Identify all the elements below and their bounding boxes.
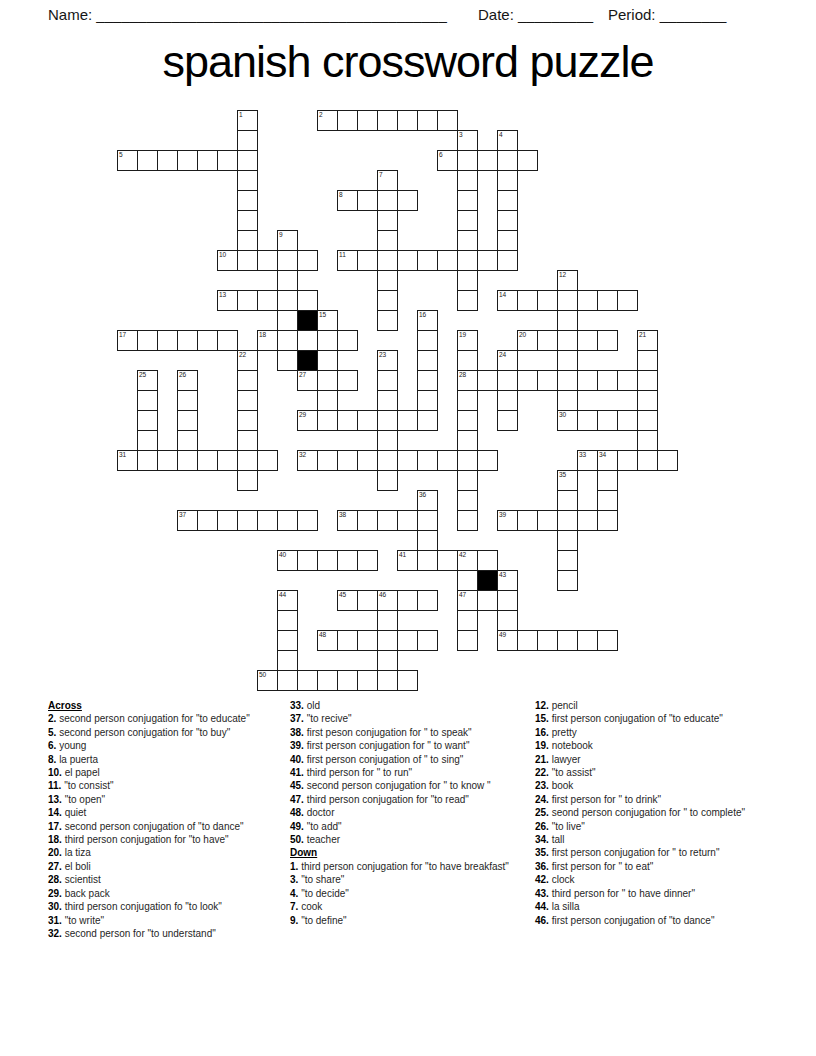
cell-r13c21[interactable] xyxy=(537,370,558,391)
cell-r10c15[interactable]: 16 xyxy=(417,310,438,331)
cell-r28c14[interactable] xyxy=(397,670,418,691)
cell-r13c13[interactable] xyxy=(377,370,398,391)
clue-num-label: 39. xyxy=(290,740,307,751)
cell-r24c12[interactable] xyxy=(357,590,378,611)
clue-item-5: 5. second person conjugation for "to buy… xyxy=(48,726,278,739)
cell-r0c15[interactable] xyxy=(417,110,438,131)
clue-number-9: 9 xyxy=(279,231,283,238)
cell-r9c8[interactable] xyxy=(277,290,298,311)
cell-r24c13[interactable]: 46 xyxy=(377,590,398,611)
cell-r22c22[interactable] xyxy=(557,550,578,571)
cell-r24c11[interactable]: 45 xyxy=(337,590,358,611)
cell-r22c10[interactable] xyxy=(317,550,338,571)
cell-r11c24[interactable] xyxy=(597,330,618,351)
cell-r9c25[interactable] xyxy=(617,290,638,311)
cell-r12c17[interactable] xyxy=(457,350,478,371)
cell-r20c5[interactable] xyxy=(217,510,238,531)
cell-r11c2[interactable] xyxy=(157,330,178,351)
cell-r18c17[interactable] xyxy=(457,470,478,491)
cell-r8c17[interactable] xyxy=(457,270,478,291)
cell-r22c12[interactable] xyxy=(357,550,378,571)
cell-r26c15[interactable] xyxy=(417,630,438,651)
cell-r18c6[interactable] xyxy=(237,470,258,491)
cell-r26c19[interactable]: 49 xyxy=(497,630,518,651)
cell-r14c22[interactable] xyxy=(557,390,578,411)
cell-r26c12[interactable] xyxy=(357,630,378,651)
cell-r3c19[interactable] xyxy=(497,170,518,191)
clue-number-45: 45 xyxy=(339,591,346,598)
cell-r12c22[interactable] xyxy=(557,350,578,371)
cell-r17c1[interactable] xyxy=(137,450,158,471)
cell-r25c13[interactable] xyxy=(377,610,398,631)
cell-r11c22[interactable] xyxy=(557,330,578,351)
cell-r13c22[interactable] xyxy=(557,370,578,391)
cell-r17c6[interactable] xyxy=(237,450,258,471)
cell-r14c3[interactable] xyxy=(177,390,198,411)
cell-r7c8[interactable] xyxy=(277,250,298,271)
cell-r24c8[interactable]: 44 xyxy=(277,590,298,611)
clue-item-33: 33. old xyxy=(290,699,526,712)
cell-r20c8[interactable] xyxy=(277,510,298,531)
cell-r19c15[interactable]: 36 xyxy=(417,490,438,511)
cell-r11c20[interactable]: 20 xyxy=(517,330,538,351)
cell-r0c13[interactable] xyxy=(377,110,398,131)
cell-r15c26[interactable] xyxy=(637,410,658,431)
cell-r25c8[interactable] xyxy=(277,610,298,631)
cell-r15c25[interactable] xyxy=(617,410,638,431)
cell-r17c17[interactable] xyxy=(457,450,478,471)
cell-r0c11[interactable] xyxy=(337,110,358,131)
cell-r11c3[interactable] xyxy=(177,330,198,351)
cell-r20c21[interactable] xyxy=(537,510,558,531)
cell-r7c6[interactable] xyxy=(237,250,258,271)
cell-r17c23[interactable]: 33 xyxy=(577,450,598,471)
cell-r13c9[interactable]: 27 xyxy=(297,370,318,391)
cell-r14c17[interactable] xyxy=(457,390,478,411)
cell-r0c14[interactable] xyxy=(397,110,418,131)
cell-r5c6[interactable] xyxy=(237,210,258,231)
cell-r7c16[interactable] xyxy=(437,250,458,271)
cell-r13c15[interactable] xyxy=(417,370,438,391)
cell-r28c12[interactable] xyxy=(357,670,378,691)
cell-r9c5[interactable]: 13 xyxy=(217,290,238,311)
clue-number-33: 33 xyxy=(579,451,586,458)
cell-r16c6[interactable] xyxy=(237,430,258,451)
cell-r9c19[interactable]: 14 xyxy=(497,290,518,311)
clue-num-label: 22. xyxy=(535,767,552,778)
cell-r18c13[interactable] xyxy=(377,470,398,491)
clue-number-42: 42 xyxy=(459,551,466,558)
cell-r6c17[interactable] xyxy=(457,230,478,251)
cell-r17c5[interactable] xyxy=(217,450,238,471)
cell-r15c11[interactable] xyxy=(337,410,358,431)
cell-r16c17[interactable] xyxy=(457,430,478,451)
cell-r4c19[interactable] xyxy=(497,190,518,211)
cell-r11c9[interactable] xyxy=(297,330,318,351)
cell-r3c17[interactable] xyxy=(457,170,478,191)
cell-r13c3[interactable]: 26 xyxy=(177,370,198,391)
cell-r1c17[interactable]: 3 xyxy=(457,130,478,151)
cell-r11c17[interactable]: 19 xyxy=(457,330,478,351)
cell-r4c6[interactable] xyxy=(237,190,258,211)
cell-r8c13[interactable] xyxy=(377,270,398,291)
cell-r7c14[interactable] xyxy=(397,250,418,271)
cell-r2c20[interactable] xyxy=(517,150,538,171)
cell-r15c3[interactable] xyxy=(177,410,198,431)
clue-number-15: 15 xyxy=(319,311,326,318)
cell-r9c24[interactable] xyxy=(597,290,618,311)
cell-r15c6[interactable] xyxy=(237,410,258,431)
cell-r13c11[interactable] xyxy=(337,370,358,391)
clue-item-11: 11. "to consist" xyxy=(48,779,278,792)
cell-r2c2[interactable] xyxy=(157,150,178,171)
clue-number-18: 18 xyxy=(259,331,266,338)
cell-r24c17[interactable]: 47 xyxy=(457,590,478,611)
cell-r12c15[interactable] xyxy=(417,350,438,371)
cell-r7c13[interactable] xyxy=(377,250,398,271)
cell-r5c17[interactable] xyxy=(457,210,478,231)
cell-r22c9[interactable] xyxy=(297,550,318,571)
cell-r20c13[interactable] xyxy=(377,510,398,531)
cell-r23c22[interactable] xyxy=(557,570,578,591)
cell-r17c27[interactable] xyxy=(657,450,678,471)
cell-r10c10[interactable]: 15 xyxy=(317,310,338,331)
cell-r27c13[interactable] xyxy=(377,650,398,671)
cell-r14c15[interactable] xyxy=(417,390,438,411)
cell-r20c12[interactable] xyxy=(357,510,378,531)
cell-r26c23[interactable] xyxy=(577,630,598,651)
cell-r12c13[interactable]: 23 xyxy=(377,350,398,371)
cell-r10c8[interactable] xyxy=(277,310,298,331)
cell-r2c6[interactable] xyxy=(237,150,258,171)
cell-r3c13[interactable]: 7 xyxy=(377,170,398,191)
cell-r17c3[interactable] xyxy=(177,450,198,471)
cell-r7c11[interactable]: 11 xyxy=(337,250,358,271)
cell-r17c4[interactable] xyxy=(197,450,218,471)
cell-r15c1[interactable] xyxy=(137,410,158,431)
cell-r14c19[interactable] xyxy=(497,390,518,411)
clue-num-label: 31. xyxy=(48,915,65,926)
cell-r17c13[interactable] xyxy=(377,450,398,471)
cell-r28c7[interactable]: 50 xyxy=(257,670,278,691)
cell-r16c1[interactable] xyxy=(137,430,158,451)
cell-r14c13[interactable] xyxy=(377,390,398,411)
clue-item-37: 37. "to recive" xyxy=(290,712,526,725)
cell-r9c7[interactable] xyxy=(257,290,278,311)
cell-r28c9[interactable] xyxy=(297,670,318,691)
clue-num-label: 46. xyxy=(535,915,552,926)
cell-r17c9[interactable]: 32 xyxy=(297,450,318,471)
cell-r0c12[interactable] xyxy=(357,110,378,131)
cell-r15c12[interactable] xyxy=(357,410,378,431)
cell-r20c20[interactable] xyxy=(517,510,538,531)
cell-r24c14[interactable] xyxy=(397,590,418,611)
cell-r24c15[interactable] xyxy=(417,590,438,611)
cell-r5c13[interactable] xyxy=(377,210,398,231)
cell-r22c18[interactable] xyxy=(477,550,498,571)
clue-item-40: 40. first person conjugation of " to sin… xyxy=(290,753,526,766)
cell-r6c8[interactable]: 9 xyxy=(277,230,298,251)
cell-r12c10[interactable] xyxy=(317,350,338,371)
cell-r7c7[interactable] xyxy=(257,250,278,271)
cell-r11c11[interactable] xyxy=(337,330,358,351)
cell-r20c4[interactable] xyxy=(197,510,218,531)
clue-num-label: 23. xyxy=(535,780,552,791)
cell-r17c2[interactable] xyxy=(157,450,178,471)
cell-r5c19[interactable] xyxy=(497,210,518,231)
cell-r12c26[interactable] xyxy=(637,350,658,371)
clue-item-24: 24. first person for " to drink" xyxy=(535,793,773,806)
cell-r17c0[interactable]: 31 xyxy=(117,450,138,471)
clue-num-label: 28. xyxy=(48,874,65,885)
cell-r20c3[interactable]: 37 xyxy=(177,510,198,531)
cell-r17c24[interactable]: 34 xyxy=(597,450,618,471)
cell-r14c1[interactable] xyxy=(137,390,158,411)
cell-r14c26[interactable] xyxy=(637,390,658,411)
cell-r17c25[interactable] xyxy=(617,450,638,471)
cell-r7c12[interactable] xyxy=(357,250,378,271)
cell-r11c10[interactable] xyxy=(317,330,338,351)
cell-r11c0[interactable]: 17 xyxy=(117,330,138,351)
cell-r21c15[interactable] xyxy=(417,530,438,551)
cell-r18c22[interactable]: 35 xyxy=(557,470,578,491)
cell-r6c19[interactable] xyxy=(497,230,518,251)
cell-r9c17[interactable] xyxy=(457,290,478,311)
cell-r2c1[interactable] xyxy=(137,150,158,171)
cell-r24c18[interactable] xyxy=(477,590,498,611)
cell-r26c24[interactable] xyxy=(597,630,618,651)
cell-r19c17[interactable] xyxy=(457,490,478,511)
cell-r4c12[interactable] xyxy=(357,190,378,211)
cell-r22c8[interactable]: 40 xyxy=(277,550,298,571)
cell-r15c9[interactable]: 29 xyxy=(297,410,318,431)
cell-r11c21[interactable] xyxy=(537,330,558,351)
cell-r13c6[interactable] xyxy=(237,370,258,391)
cell-r9c23[interactable] xyxy=(577,290,598,311)
cell-r20c9[interactable] xyxy=(297,510,318,531)
cell-r17c10[interactable] xyxy=(317,450,338,471)
clue-num-label: 41. xyxy=(290,767,307,778)
cell-r11c5[interactable] xyxy=(217,330,238,351)
cell-r20c17[interactable] xyxy=(457,510,478,531)
cell-r3c6[interactable] xyxy=(237,170,258,191)
cell-r2c0[interactable]: 5 xyxy=(117,150,138,171)
clue-num-label: 1. xyxy=(290,861,301,872)
cell-r4c14[interactable] xyxy=(397,190,418,211)
cell-r28c8[interactable] xyxy=(277,670,298,691)
cell-r2c4[interactable] xyxy=(197,150,218,171)
cell-r22c17[interactable]: 42 xyxy=(457,550,478,571)
cell-r8c22[interactable]: 12 xyxy=(557,270,578,291)
clue-number-48: 48 xyxy=(319,631,326,638)
cell-r11c1[interactable] xyxy=(137,330,158,351)
cell-r6c13[interactable] xyxy=(377,230,398,251)
cell-r12c19[interactable]: 24 xyxy=(497,350,518,371)
cell-r10c13[interactable] xyxy=(377,310,398,331)
cell-r13c24[interactable] xyxy=(597,370,618,391)
cell-r9c21[interactable] xyxy=(537,290,558,311)
cell-r17c26[interactable] xyxy=(637,450,658,471)
cell-r13c17[interactable]: 28 xyxy=(457,370,478,391)
date-field: Date: _________ xyxy=(478,6,593,23)
cell-r2c5[interactable] xyxy=(217,150,238,171)
cell-r15c24[interactable] xyxy=(597,410,618,431)
cell-r14c10[interactable] xyxy=(317,390,338,411)
cell-r26c10[interactable]: 48 xyxy=(317,630,338,651)
cell-r9c9[interactable] xyxy=(297,290,318,311)
cell-r20c23[interactable] xyxy=(577,510,598,531)
clue-num-label: 25. xyxy=(535,807,552,818)
cell-r11c15[interactable] xyxy=(417,330,438,351)
clue-num-label: 16. xyxy=(535,727,552,738)
cell-r8c8[interactable] xyxy=(277,270,298,291)
cell-r28c11[interactable] xyxy=(337,670,358,691)
cell-r17c11[interactable] xyxy=(337,450,358,471)
cell-r20c6[interactable] xyxy=(237,510,258,531)
cell-r0c6[interactable]: 1 xyxy=(237,110,258,131)
cell-r10c22[interactable] xyxy=(557,310,578,331)
cell-r17c18[interactable] xyxy=(477,450,498,471)
cell-r0c16[interactable] xyxy=(437,110,458,131)
cell-r13c20[interactable] xyxy=(517,370,538,391)
cell-r20c22[interactable] xyxy=(557,510,578,531)
cell-r15c13[interactable] xyxy=(377,410,398,431)
cell-r17c15[interactable] xyxy=(417,450,438,471)
cell-r22c15[interactable] xyxy=(417,550,438,571)
cell-r9c22[interactable] xyxy=(557,290,578,311)
cell-r13c19[interactable] xyxy=(497,370,518,391)
cell-r26c11[interactable] xyxy=(337,630,358,651)
period-label: Period: xyxy=(608,6,656,23)
clue-number-40: 40 xyxy=(279,551,286,558)
cell-r4c13[interactable] xyxy=(377,190,398,211)
cell-r25c17[interactable] xyxy=(457,610,478,631)
cell-r20c24[interactable] xyxy=(597,510,618,531)
cell-r15c22[interactable]: 30 xyxy=(557,410,578,431)
cell-r19c24[interactable] xyxy=(597,490,618,511)
cell-r16c13[interactable] xyxy=(377,430,398,451)
cell-r7c15[interactable] xyxy=(417,250,438,271)
cell-r13c26[interactable] xyxy=(637,370,658,391)
cell-r9c6[interactable] xyxy=(237,290,258,311)
cell-r6c6[interactable] xyxy=(237,230,258,251)
cell-r13c1[interactable]: 25 xyxy=(137,370,158,391)
cell-r13c10[interactable] xyxy=(317,370,338,391)
cell-r11c7[interactable]: 18 xyxy=(257,330,278,351)
cell-r26c13[interactable] xyxy=(377,630,398,651)
cell-r21c22[interactable] xyxy=(557,530,578,551)
cell-r17c12[interactable] xyxy=(357,450,378,471)
cell-r2c3[interactable] xyxy=(177,150,198,171)
cell-r22c16[interactable] xyxy=(437,550,458,571)
cell-r26c8[interactable] xyxy=(277,630,298,651)
cell-r26c20[interactable] xyxy=(517,630,538,651)
clue-item-10: 10. el papel xyxy=(48,766,278,779)
clue-num-label: 33. xyxy=(290,700,307,711)
cell-r2c16[interactable]: 6 xyxy=(437,150,458,171)
clue-number-7: 7 xyxy=(379,171,383,178)
cell-r17c16[interactable] xyxy=(437,450,458,471)
clue-item-8: 8. la puerta xyxy=(48,753,278,766)
cell-r16c26[interactable] xyxy=(637,430,658,451)
cell-r23c17[interactable] xyxy=(457,570,478,591)
cell-r15c19[interactable] xyxy=(497,410,518,431)
cell-r22c14[interactable]: 41 xyxy=(397,550,418,571)
clue-num-label: 21. xyxy=(535,754,552,765)
cell-r28c10[interactable] xyxy=(317,670,338,691)
name-label: Name: xyxy=(48,6,92,23)
cell-r7c5[interactable]: 10 xyxy=(217,250,238,271)
cell-r16c3[interactable] xyxy=(177,430,198,451)
cell-r28c13[interactable] xyxy=(377,670,398,691)
clue-item-19: 19. notebook xyxy=(535,739,773,752)
cell-r1c6[interactable] xyxy=(237,130,258,151)
cell-r15c17[interactable] xyxy=(457,410,478,431)
cell-r19c22[interactable] xyxy=(557,490,578,511)
cell-r9c20[interactable] xyxy=(517,290,538,311)
clue-item-17: 17. second person conjugation of "to dan… xyxy=(48,820,278,833)
cell-r17c7[interactable] xyxy=(257,450,278,471)
cell-r26c21[interactable] xyxy=(537,630,558,651)
cell-r20c15[interactable] xyxy=(417,510,438,531)
cell-r2c18[interactable] xyxy=(477,150,498,171)
cell-r18c24[interactable] xyxy=(597,470,618,491)
cell-r9c13[interactable] xyxy=(377,290,398,311)
cell-r13c25[interactable] xyxy=(617,370,638,391)
cell-r2c19[interactable] xyxy=(497,150,518,171)
cell-r27c8[interactable] xyxy=(277,650,298,671)
cell-r26c14[interactable] xyxy=(397,630,418,651)
cell-r12c8[interactable] xyxy=(277,350,298,371)
cell-r11c23[interactable] xyxy=(577,330,598,351)
cell-r11c4[interactable] xyxy=(197,330,218,351)
clue-number-36: 36 xyxy=(419,491,426,498)
cell-r17c14[interactable] xyxy=(397,450,418,471)
cell-r26c17[interactable] xyxy=(457,630,478,651)
cell-r20c7[interactable] xyxy=(257,510,278,531)
cell-r7c9[interactable] xyxy=(297,250,318,271)
cell-r15c23[interactable] xyxy=(577,410,598,431)
cell-r7c17[interactable] xyxy=(457,250,478,271)
cell-r4c17[interactable] xyxy=(457,190,478,211)
cell-r13c18[interactable] xyxy=(477,370,498,391)
cell-r13c23[interactable] xyxy=(577,370,598,391)
clue-num-label: 40. xyxy=(290,754,307,765)
cell-r20c14[interactable] xyxy=(397,510,418,531)
cell-r23c19[interactable]: 43 xyxy=(497,570,518,591)
cell-r15c10[interactable] xyxy=(317,410,338,431)
cell-r15c14[interactable] xyxy=(397,410,418,431)
cell-r7c19[interactable] xyxy=(497,250,518,271)
cell-r15c15[interactable] xyxy=(417,410,438,431)
cell-r7c18[interactable] xyxy=(477,250,498,271)
cell-r26c22[interactable] xyxy=(557,630,578,651)
cell-r24c19[interactable] xyxy=(497,590,518,611)
cell-r4c11[interactable]: 8 xyxy=(337,190,358,211)
cell-r25c19[interactable] xyxy=(497,610,518,631)
cell-r1c19[interactable]: 4 xyxy=(497,130,518,151)
cell-r11c26[interactable]: 21 xyxy=(637,330,658,351)
cell-r14c6[interactable] xyxy=(237,390,258,411)
cell-r20c11[interactable]: 38 xyxy=(337,510,358,531)
cell-r0c10[interactable]: 2 xyxy=(317,110,338,131)
cell-r2c17[interactable] xyxy=(457,150,478,171)
cell-r11c8[interactable] xyxy=(277,330,298,351)
cell-r20c19[interactable]: 39 xyxy=(497,510,518,531)
cell-r12c6[interactable]: 22 xyxy=(237,350,258,371)
cell-r22c11[interactable] xyxy=(337,550,358,571)
clue-item-12: 12. pencil xyxy=(535,699,773,712)
